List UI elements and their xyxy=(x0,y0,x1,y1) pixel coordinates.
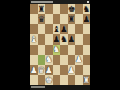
square-h8[interactable]: ♞ xyxy=(83,4,91,14)
white-n-piece-d4[interactable]: ♞ xyxy=(53,45,61,54)
square-e2[interactable] xyxy=(60,65,68,75)
square-h4[interactable] xyxy=(83,45,91,55)
square-h6[interactable] xyxy=(83,24,91,34)
square-e6[interactable]: ♟ xyxy=(60,24,68,34)
black-r-piece-f7[interactable]: ♜ xyxy=(68,15,76,24)
square-b3[interactable] xyxy=(38,55,46,65)
status-bar xyxy=(30,85,90,90)
white-q-piece-b2[interactable]: ♛ xyxy=(38,65,46,74)
square-a7[interactable] xyxy=(30,14,38,24)
square-c1[interactable]: ♚ xyxy=(45,75,53,85)
title-bar-text-smudge xyxy=(31,1,53,3)
square-d8[interactable] xyxy=(53,4,61,14)
status-bar-text-smudge xyxy=(31,86,45,88)
square-g3[interactable]: ♟ xyxy=(75,55,83,65)
square-b2[interactable]: ♛ xyxy=(38,65,46,75)
square-d7[interactable] xyxy=(53,14,61,24)
square-c8[interactable] xyxy=(45,4,53,14)
white-p-piece-g3[interactable]: ♟ xyxy=(75,55,83,64)
square-f3[interactable] xyxy=(68,55,76,65)
square-a8[interactable] xyxy=(30,4,38,14)
black-b-piece-d6[interactable]: ♝ xyxy=(53,25,61,34)
square-d4[interactable]: ♞ xyxy=(53,45,61,55)
square-a6[interactable] xyxy=(30,24,38,34)
square-g1[interactable] xyxy=(75,75,83,85)
square-g4[interactable] xyxy=(75,45,83,55)
square-g6[interactable] xyxy=(75,24,83,34)
square-d2[interactable] xyxy=(53,65,61,75)
square-f2[interactable]: ♟ xyxy=(68,65,76,75)
black-p-piece-h7[interactable]: ♟ xyxy=(83,15,91,24)
chess-board[interactable]: ♜♚♞♛♜♟♝♟♝♟♞♟♞♞♟♟♛♟♟♚♜ xyxy=(30,4,90,85)
square-e7[interactable] xyxy=(60,14,68,24)
square-h3[interactable] xyxy=(83,55,91,65)
square-d6[interactable]: ♝ xyxy=(53,24,61,34)
square-d1[interactable] xyxy=(53,75,61,85)
square-c2[interactable]: ♟ xyxy=(45,65,53,75)
black-n-piece-e5[interactable]: ♞ xyxy=(60,35,68,44)
content-area: ♜♚♞♛♜♟♝♟♝♟♞♟♞♞♟♟♛♟♟♚♜ xyxy=(30,0,90,90)
square-e5[interactable]: ♞ xyxy=(60,34,68,44)
square-f4[interactable] xyxy=(68,45,76,55)
black-r-piece-b8[interactable]: ♜ xyxy=(38,4,46,13)
white-b-piece-a5[interactable]: ♝ xyxy=(30,35,38,44)
square-h7[interactable]: ♟ xyxy=(83,14,91,24)
square-b4[interactable] xyxy=(38,45,46,55)
black-k-piece-f8[interactable]: ♚ xyxy=(68,4,76,13)
square-a4[interactable] xyxy=(30,45,38,55)
square-d3[interactable] xyxy=(53,55,61,65)
square-b5[interactable] xyxy=(38,34,46,44)
square-b6[interactable] xyxy=(38,24,46,34)
square-f5[interactable]: ♟ xyxy=(68,34,76,44)
square-g2[interactable] xyxy=(75,65,83,75)
square-f1[interactable] xyxy=(68,75,76,85)
black-p-piece-d5[interactable]: ♟ xyxy=(53,35,61,44)
square-g5[interactable] xyxy=(75,34,83,44)
black-p-piece-e6[interactable]: ♟ xyxy=(60,25,68,34)
square-d5[interactable]: ♟ xyxy=(53,34,61,44)
square-b8[interactable]: ♜ xyxy=(38,4,46,14)
black-q-piece-b7[interactable]: ♛ xyxy=(38,15,46,24)
square-a1[interactable] xyxy=(30,75,38,85)
square-f6[interactable] xyxy=(68,24,76,34)
square-h1[interactable]: ♜ xyxy=(83,75,91,85)
white-p-piece-f2[interactable]: ♟ xyxy=(68,65,76,74)
square-c5[interactable] xyxy=(45,34,53,44)
square-e1[interactable] xyxy=(60,75,68,85)
square-c4[interactable] xyxy=(45,45,53,55)
square-e8[interactable] xyxy=(60,4,68,14)
square-h5[interactable] xyxy=(83,34,91,44)
square-h2[interactable] xyxy=(83,65,91,75)
square-b7[interactable]: ♛ xyxy=(38,14,46,24)
white-p-piece-a2[interactable]: ♟ xyxy=(30,65,38,74)
square-g8[interactable] xyxy=(75,4,83,14)
square-e4[interactable] xyxy=(60,45,68,55)
square-a3[interactable] xyxy=(30,55,38,65)
black-p-piece-f5[interactable]: ♟ xyxy=(68,35,76,44)
video-frame: ♜♚♞♛♜♟♝♟♝♟♞♟♞♞♟♟♛♟♟♚♜ xyxy=(0,0,120,90)
square-f8[interactable]: ♚ xyxy=(68,4,76,14)
white-n-piece-c3[interactable]: ♞ xyxy=(45,55,53,64)
white-p-piece-c2[interactable]: ♟ xyxy=(45,65,53,74)
square-c7[interactable] xyxy=(45,14,53,24)
white-k-piece-c1[interactable]: ♚ xyxy=(45,75,53,84)
square-c6[interactable] xyxy=(45,24,53,34)
black-n-piece-h8[interactable]: ♞ xyxy=(83,4,91,13)
square-f7[interactable]: ♜ xyxy=(68,14,76,24)
square-a5[interactable]: ♝ xyxy=(30,34,38,44)
square-a2[interactable]: ♟ xyxy=(30,65,38,75)
title-bar-corner-icon xyxy=(87,1,89,3)
square-b1[interactable] xyxy=(38,75,46,85)
square-c3[interactable]: ♞ xyxy=(45,55,53,65)
square-g7[interactable] xyxy=(75,14,83,24)
square-e3[interactable] xyxy=(60,55,68,65)
white-r-piece-h1[interactable]: ♜ xyxy=(83,75,91,84)
